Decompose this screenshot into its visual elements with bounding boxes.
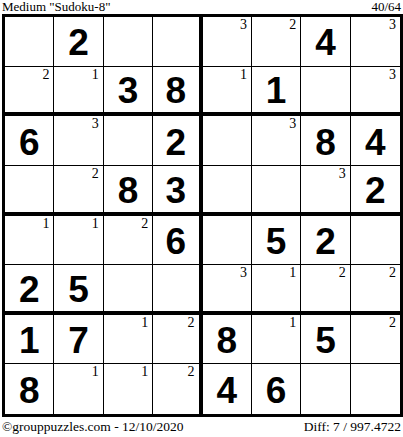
cell-r2c6[interactable]: 1 bbox=[252, 67, 301, 117]
given-digit: 2 bbox=[19, 268, 40, 308]
cell-r7c6[interactable]: 1 bbox=[252, 315, 301, 365]
given-digit: 3 bbox=[118, 69, 139, 109]
copyright-text: ©grouppuzzles.com - 12/10/2020 bbox=[2, 419, 184, 435]
cell-r5c5[interactable] bbox=[203, 216, 252, 266]
given-digit: 8 bbox=[166, 69, 187, 109]
cell-r8c6[interactable]: 6 bbox=[252, 364, 301, 414]
given-digit: 2 bbox=[315, 220, 336, 260]
cell-r3c6[interactable]: 3 bbox=[252, 116, 301, 166]
pencil-mark: 1 bbox=[240, 67, 247, 82]
pencil-mark: 2 bbox=[42, 67, 49, 82]
given-digit: 6 bbox=[19, 121, 40, 161]
cell-r1c2[interactable]: 2 bbox=[54, 17, 103, 67]
puzzle-page: Medium "Sudoku-8" 40/64 2324321381136323… bbox=[0, 0, 403, 437]
cell-r5c2[interactable]: 1 bbox=[54, 216, 103, 266]
cell-r2c5[interactable]: 1 bbox=[203, 67, 252, 117]
given-digit: 6 bbox=[266, 369, 287, 409]
cell-r3c5[interactable] bbox=[203, 116, 252, 166]
cell-r8c8[interactable] bbox=[351, 364, 400, 414]
cell-r3c8[interactable]: 4 bbox=[351, 116, 400, 166]
cell-r6c7[interactable]: 2 bbox=[301, 265, 350, 315]
given-digit: 4 bbox=[365, 121, 386, 161]
pencil-mark: 3 bbox=[92, 116, 99, 131]
cell-r4c2[interactable]: 2 bbox=[54, 166, 103, 216]
puzzle-title: Medium "Sudoku-8" bbox=[2, 0, 110, 14]
cell-r5c7[interactable]: 2 bbox=[301, 216, 350, 266]
pencil-mark: 2 bbox=[141, 216, 148, 231]
given-digit: 2 bbox=[365, 169, 386, 209]
pencil-mark: 3 bbox=[389, 67, 396, 82]
cell-r7c2[interactable]: 7 bbox=[54, 315, 103, 365]
cell-r2c4[interactable]: 8 bbox=[153, 67, 202, 117]
cell-r3c2[interactable]: 3 bbox=[54, 116, 103, 166]
pencil-mark: 2 bbox=[188, 364, 195, 379]
cell-r6c3[interactable] bbox=[104, 265, 153, 315]
cell-r3c1[interactable]: 6 bbox=[5, 116, 54, 166]
cell-r7c5[interactable]: 8 bbox=[203, 315, 252, 365]
cell-r7c8[interactable]: 2 bbox=[351, 315, 400, 365]
cell-r5c1[interactable]: 1 bbox=[5, 216, 54, 266]
given-digit: 7 bbox=[68, 319, 89, 359]
pencil-mark: 2 bbox=[188, 315, 195, 330]
pencil-mark: 1 bbox=[92, 67, 99, 82]
footer: ©grouppuzzles.com - 12/10/2020 Diff: 7 /… bbox=[0, 417, 403, 437]
cell-r7c7[interactable]: 5 bbox=[301, 315, 350, 365]
cell-r6c4[interactable] bbox=[153, 265, 202, 315]
given-digit: 8 bbox=[315, 121, 336, 161]
cell-r8c1[interactable]: 8 bbox=[5, 364, 54, 414]
given-digit: 1 bbox=[19, 319, 40, 359]
cell-r8c3[interactable]: 1 bbox=[104, 364, 153, 414]
given-digit: 8 bbox=[118, 169, 139, 209]
cell-r3c7[interactable]: 8 bbox=[301, 116, 350, 166]
cell-r1c4[interactable] bbox=[153, 17, 202, 67]
pencil-mark: 1 bbox=[92, 216, 99, 231]
pencil-mark: 2 bbox=[389, 265, 396, 280]
cell-r5c4[interactable]: 6 bbox=[153, 216, 202, 266]
cell-r1c5[interactable]: 3 bbox=[203, 17, 252, 67]
cell-r4c8[interactable]: 2 bbox=[351, 166, 400, 216]
cell-r8c7[interactable] bbox=[301, 364, 350, 414]
pencil-mark: 2 bbox=[389, 315, 396, 330]
puzzle-counter: 40/64 bbox=[371, 0, 401, 14]
difficulty-text: Diff: 7 / 997.4722 bbox=[304, 419, 401, 435]
pencil-mark: 3 bbox=[289, 116, 296, 131]
pencil-mark: 1 bbox=[42, 216, 49, 231]
given-digit: 8 bbox=[19, 369, 40, 409]
cell-r3c3[interactable] bbox=[104, 116, 153, 166]
cell-r4c1[interactable] bbox=[5, 166, 54, 216]
pencil-mark: 1 bbox=[141, 315, 148, 330]
cell-r5c3[interactable]: 2 bbox=[104, 216, 153, 266]
given-digit: 8 bbox=[216, 319, 237, 359]
given-digit: 5 bbox=[68, 268, 89, 308]
cell-r3c4[interactable]: 2 bbox=[153, 116, 202, 166]
cell-r1c6[interactable]: 2 bbox=[252, 17, 301, 67]
cell-r5c8[interactable] bbox=[351, 216, 400, 266]
pencil-mark: 1 bbox=[289, 265, 296, 280]
cell-r6c8[interactable]: 2 bbox=[351, 265, 400, 315]
header: Medium "Sudoku-8" 40/64 bbox=[0, 0, 403, 14]
cell-r6c2[interactable]: 5 bbox=[54, 265, 103, 315]
given-digit: 6 bbox=[166, 220, 187, 260]
pencil-mark: 1 bbox=[289, 315, 296, 330]
cell-r1c8[interactable]: 3 bbox=[351, 17, 400, 67]
cell-r4c6[interactable] bbox=[252, 166, 301, 216]
given-digit: 4 bbox=[216, 369, 237, 409]
pencil-mark: 1 bbox=[141, 364, 148, 379]
cell-r1c7[interactable]: 4 bbox=[301, 17, 350, 67]
cell-r6c6[interactable]: 1 bbox=[252, 265, 301, 315]
cell-r2c1[interactable]: 2 bbox=[5, 67, 54, 117]
sudoku-board: 2324321381136323842833211265225312217128… bbox=[2, 14, 403, 417]
cell-r4c4[interactable]: 3 bbox=[153, 166, 202, 216]
pencil-mark: 2 bbox=[339, 265, 346, 280]
cell-r2c8[interactable]: 3 bbox=[351, 67, 400, 117]
given-digit: 4 bbox=[315, 21, 336, 61]
cell-r6c5[interactable]: 3 bbox=[203, 265, 252, 315]
pencil-mark: 1 bbox=[92, 364, 99, 379]
cell-r1c3[interactable] bbox=[104, 17, 153, 67]
given-digit: 5 bbox=[266, 220, 287, 260]
given-digit: 5 bbox=[315, 319, 336, 359]
cell-r8c5[interactable]: 4 bbox=[203, 364, 252, 414]
cell-r7c1[interactable]: 1 bbox=[5, 315, 54, 365]
given-digit: 2 bbox=[166, 121, 187, 161]
pencil-mark: 3 bbox=[240, 265, 247, 280]
cell-r2c7[interactable] bbox=[301, 67, 350, 117]
cell-r5c6[interactable]: 5 bbox=[252, 216, 301, 266]
cell-r4c7[interactable]: 3 bbox=[301, 166, 350, 216]
cell-r8c4[interactable]: 2 bbox=[153, 364, 202, 414]
cell-r4c3[interactable]: 8 bbox=[104, 166, 153, 216]
pencil-mark: 3 bbox=[389, 17, 396, 32]
pencil-mark: 3 bbox=[339, 166, 346, 181]
given-digit: 2 bbox=[68, 21, 89, 61]
pencil-mark: 2 bbox=[289, 17, 296, 32]
cell-r2c3[interactable]: 3 bbox=[104, 67, 153, 117]
given-digit: 1 bbox=[266, 69, 287, 109]
cell-r4c5[interactable] bbox=[203, 166, 252, 216]
cell-r1c1[interactable] bbox=[5, 17, 54, 67]
cell-r7c3[interactable]: 1 bbox=[104, 315, 153, 365]
pencil-mark: 2 bbox=[92, 166, 99, 181]
cell-r2c2[interactable]: 1 bbox=[54, 67, 103, 117]
cell-r6c1[interactable]: 2 bbox=[5, 265, 54, 315]
pencil-mark: 3 bbox=[240, 17, 247, 32]
given-digit: 3 bbox=[166, 169, 187, 209]
cell-r7c4[interactable]: 2 bbox=[153, 315, 202, 365]
cell-r8c2[interactable]: 1 bbox=[54, 364, 103, 414]
